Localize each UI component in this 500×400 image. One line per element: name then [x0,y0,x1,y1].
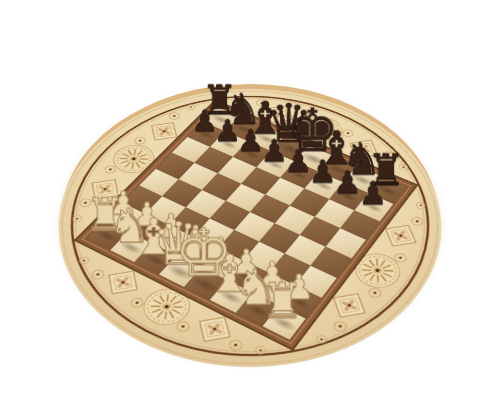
pieces-layer: ♜♞♝♛♚♝♞♜♟♟♟♟♟♟♟♟♟♟♟♟♟♟♟♟♜♞♝♛♚♝♞♜ [0,49,500,400]
round-board: ♜♞♝♛♚♝♞♜♟♟♟♟♟♟♟♟♟♟♟♟♟♟♟♟♜♞♝♛♚♝♞♜ [0,49,500,400]
black-pawn-glyph: ♟ [339,177,407,209]
white-rook-glyph: ♜ [245,276,319,324]
chess-board-photo: ♜♞♝♛♚♝♞♜♟♟♟♟♟♟♟♟♟♟♟♟♟♟♟♟♜♞♝♛♚♝♞♜ [0,0,500,400]
